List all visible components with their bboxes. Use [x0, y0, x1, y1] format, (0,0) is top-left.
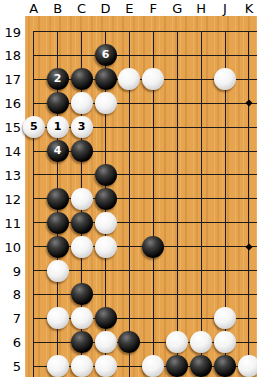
move-number-1: 1 [47, 116, 69, 138]
stone-D10[interactable] [95, 236, 117, 258]
grid-line-row-13 [33, 174, 257, 175]
col-label-C: C [77, 1, 86, 16]
stone-J5[interactable] [214, 355, 236, 377]
col-label-F: F [150, 1, 157, 16]
stone-F5[interactable] [142, 355, 164, 377]
stone-C11[interactable] [71, 212, 93, 234]
grid-line-row-19 [33, 31, 257, 32]
stone-B5[interactable] [47, 355, 69, 377]
col-label-K: K [245, 1, 254, 16]
stone-D17[interactable] [95, 68, 117, 90]
grid-line-col-H [201, 31, 202, 377]
row-label-5: 5 [0, 359, 21, 374]
go-diagram: ABCDEFGHJK 1918171615141312111098765 625… [0, 0, 257, 377]
col-label-D: D [100, 1, 110, 16]
row-label-17: 17 [0, 72, 21, 87]
stone-K5[interactable] [238, 355, 257, 377]
stone-B14[interactable]: 4 [47, 140, 69, 162]
row-label-16: 16 [0, 96, 21, 111]
grid-line-col-K [248, 31, 249, 377]
row-label-15: 15 [0, 120, 21, 135]
stone-B9[interactable] [47, 260, 69, 282]
col-label-G: G [172, 1, 182, 16]
move-number-4: 4 [47, 140, 69, 162]
stone-B15[interactable]: 1 [47, 116, 69, 138]
stone-C14[interactable] [71, 140, 93, 162]
stone-D5[interactable] [95, 355, 117, 377]
col-label-A: A [29, 1, 38, 16]
stone-C8[interactable] [71, 283, 93, 305]
stone-B11[interactable] [47, 212, 69, 234]
stone-E17[interactable] [118, 68, 140, 90]
star-point-K16 [245, 100, 252, 107]
col-label-B: B [53, 1, 62, 16]
stone-F17[interactable] [142, 68, 164, 90]
go-board[interactable]: 625134 [25, 16, 257, 377]
stone-B10[interactable] [47, 236, 69, 258]
row-label-9: 9 [0, 263, 21, 278]
col-label-E: E [125, 1, 133, 16]
stone-C10[interactable] [71, 236, 93, 258]
stone-H5[interactable] [190, 355, 212, 377]
stone-D16[interactable] [95, 92, 117, 114]
col-label-H: H [196, 1, 206, 16]
stone-C12[interactable] [71, 188, 93, 210]
star-point-K10 [245, 243, 252, 250]
stone-J7[interactable] [214, 307, 236, 329]
row-label-7: 7 [0, 311, 21, 326]
move-number-3: 3 [71, 116, 93, 138]
stone-D13[interactable] [95, 164, 117, 186]
stone-J17[interactable] [214, 68, 236, 90]
stone-D18[interactable]: 6 [95, 44, 117, 66]
stone-G6[interactable] [166, 331, 188, 353]
stone-C5[interactable] [71, 355, 93, 377]
stone-A15[interactable]: 5 [23, 116, 45, 138]
stone-D6[interactable] [95, 331, 117, 353]
stone-B17[interactable]: 2 [47, 68, 69, 90]
stone-D11[interactable] [95, 212, 117, 234]
stone-J6[interactable] [214, 331, 236, 353]
move-number-2: 2 [47, 68, 69, 90]
row-label-8: 8 [0, 287, 21, 302]
stone-C16[interactable] [71, 92, 93, 114]
row-label-13: 13 [0, 167, 21, 182]
stone-C6[interactable] [71, 331, 93, 353]
stone-F10[interactable] [142, 236, 164, 258]
grid-line-col-A [33, 31, 34, 377]
stone-B7[interactable] [47, 307, 69, 329]
move-number-5: 5 [23, 116, 45, 138]
stone-G5[interactable] [166, 355, 188, 377]
grid-line-col-G [177, 31, 178, 377]
row-label-14: 14 [0, 144, 21, 159]
row-label-10: 10 [0, 239, 21, 254]
stone-B16[interactable] [47, 92, 69, 114]
stone-H6[interactable] [190, 331, 212, 353]
row-label-11: 11 [0, 215, 21, 230]
stone-E6[interactable] [118, 331, 140, 353]
row-label-19: 19 [0, 24, 21, 39]
stone-C17[interactable] [71, 68, 93, 90]
row-label-18: 18 [0, 48, 21, 63]
stone-D7[interactable] [95, 307, 117, 329]
stone-C15[interactable]: 3 [71, 116, 93, 138]
stone-C7[interactable] [71, 307, 93, 329]
grid-line-row-8 [33, 294, 257, 295]
row-label-6: 6 [0, 335, 21, 350]
stone-B12[interactable] [47, 188, 69, 210]
col-label-J: J [223, 1, 227, 16]
stone-D12[interactable] [95, 188, 117, 210]
move-number-6: 6 [95, 44, 117, 66]
grid-line-row-18 [33, 55, 257, 56]
row-label-12: 12 [0, 191, 21, 206]
